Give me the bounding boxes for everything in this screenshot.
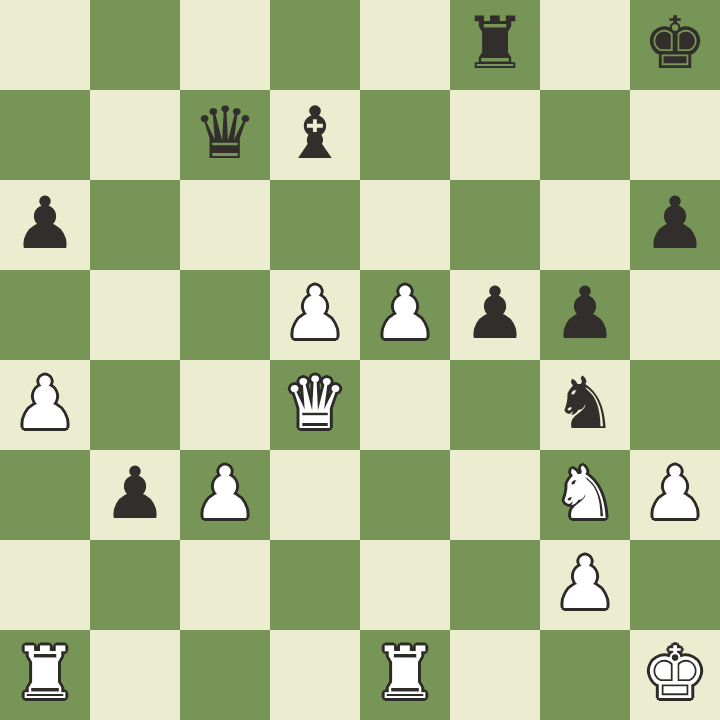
square-f6[interactable]	[450, 180, 540, 270]
square-d3[interactable]	[270, 450, 360, 540]
square-a8[interactable]	[0, 0, 90, 90]
square-c7[interactable]: ♛	[180, 90, 270, 180]
square-c6[interactable]	[180, 180, 270, 270]
square-f4[interactable]	[450, 360, 540, 450]
black-pawn[interactable]: ♟	[463, 277, 528, 349]
white-knight[interactable]: ♞	[553, 457, 618, 529]
square-f2[interactable]	[450, 540, 540, 630]
square-h8[interactable]: ♚	[630, 0, 720, 90]
square-h3[interactable]: ♟	[630, 450, 720, 540]
square-d4[interactable]: ♛	[270, 360, 360, 450]
square-h5[interactable]	[630, 270, 720, 360]
black-pawn[interactable]: ♟	[553, 277, 618, 349]
square-f1[interactable]	[450, 630, 540, 720]
white-pawn[interactable]: ♟	[643, 457, 708, 529]
square-h1[interactable]: ♚	[630, 630, 720, 720]
square-b5[interactable]	[90, 270, 180, 360]
square-d5[interactable]: ♟	[270, 270, 360, 360]
square-g7[interactable]	[540, 90, 630, 180]
black-king[interactable]: ♚	[643, 7, 708, 79]
square-e4[interactable]	[360, 360, 450, 450]
square-a7[interactable]	[0, 90, 90, 180]
square-b7[interactable]	[90, 90, 180, 180]
white-pawn[interactable]: ♟	[283, 277, 348, 349]
black-rook[interactable]: ♜	[463, 7, 528, 79]
square-g1[interactable]	[540, 630, 630, 720]
square-c5[interactable]	[180, 270, 270, 360]
square-e3[interactable]	[360, 450, 450, 540]
square-b2[interactable]	[90, 540, 180, 630]
square-g2[interactable]: ♟	[540, 540, 630, 630]
square-e5[interactable]: ♟	[360, 270, 450, 360]
square-h7[interactable]	[630, 90, 720, 180]
square-b3[interactable]: ♟	[90, 450, 180, 540]
square-d8[interactable]	[270, 0, 360, 90]
square-e7[interactable]	[360, 90, 450, 180]
white-rook[interactable]: ♜	[13, 637, 78, 709]
square-d6[interactable]	[270, 180, 360, 270]
square-b4[interactable]	[90, 360, 180, 450]
white-pawn[interactable]: ♟	[373, 277, 438, 349]
white-pawn[interactable]: ♟	[553, 547, 618, 619]
square-e2[interactable]	[360, 540, 450, 630]
square-h6[interactable]: ♟	[630, 180, 720, 270]
square-c8[interactable]	[180, 0, 270, 90]
square-f5[interactable]: ♟	[450, 270, 540, 360]
black-pawn[interactable]: ♟	[643, 187, 708, 259]
square-a1[interactable]: ♜	[0, 630, 90, 720]
black-bishop[interactable]: ♝	[283, 97, 348, 169]
black-pawn[interactable]: ♟	[103, 457, 168, 529]
square-a5[interactable]	[0, 270, 90, 360]
square-a3[interactable]	[0, 450, 90, 540]
square-e8[interactable]	[360, 0, 450, 90]
square-b8[interactable]	[90, 0, 180, 90]
square-f8[interactable]: ♜	[450, 0, 540, 90]
black-queen[interactable]: ♛	[193, 97, 258, 169]
white-pawn[interactable]: ♟	[13, 367, 78, 439]
square-f7[interactable]	[450, 90, 540, 180]
square-c3[interactable]: ♟	[180, 450, 270, 540]
square-a2[interactable]	[0, 540, 90, 630]
square-b1[interactable]	[90, 630, 180, 720]
square-b6[interactable]	[90, 180, 180, 270]
square-g5[interactable]: ♟	[540, 270, 630, 360]
square-h2[interactable]	[630, 540, 720, 630]
white-queen[interactable]: ♛	[283, 367, 348, 439]
square-c2[interactable]	[180, 540, 270, 630]
white-rook[interactable]: ♜	[373, 637, 438, 709]
square-g8[interactable]	[540, 0, 630, 90]
square-c1[interactable]	[180, 630, 270, 720]
black-knight[interactable]: ♞	[553, 367, 618, 439]
square-c4[interactable]	[180, 360, 270, 450]
square-a6[interactable]: ♟	[0, 180, 90, 270]
white-pawn[interactable]: ♟	[193, 457, 258, 529]
square-g4[interactable]: ♞	[540, 360, 630, 450]
chess-board: ♜♚♛♝♟♟♟♟♟♟♟♛♞♟♟♞♟♟♜♜♚	[0, 0, 720, 720]
square-e6[interactable]	[360, 180, 450, 270]
square-a4[interactable]: ♟	[0, 360, 90, 450]
black-pawn[interactable]: ♟	[13, 187, 78, 259]
square-e1[interactable]: ♜	[360, 630, 450, 720]
square-f3[interactable]	[450, 450, 540, 540]
square-g3[interactable]: ♞	[540, 450, 630, 540]
square-g6[interactable]	[540, 180, 630, 270]
square-d7[interactable]: ♝	[270, 90, 360, 180]
square-d1[interactable]	[270, 630, 360, 720]
square-d2[interactable]	[270, 540, 360, 630]
white-king[interactable]: ♚	[643, 637, 708, 709]
square-h4[interactable]	[630, 360, 720, 450]
